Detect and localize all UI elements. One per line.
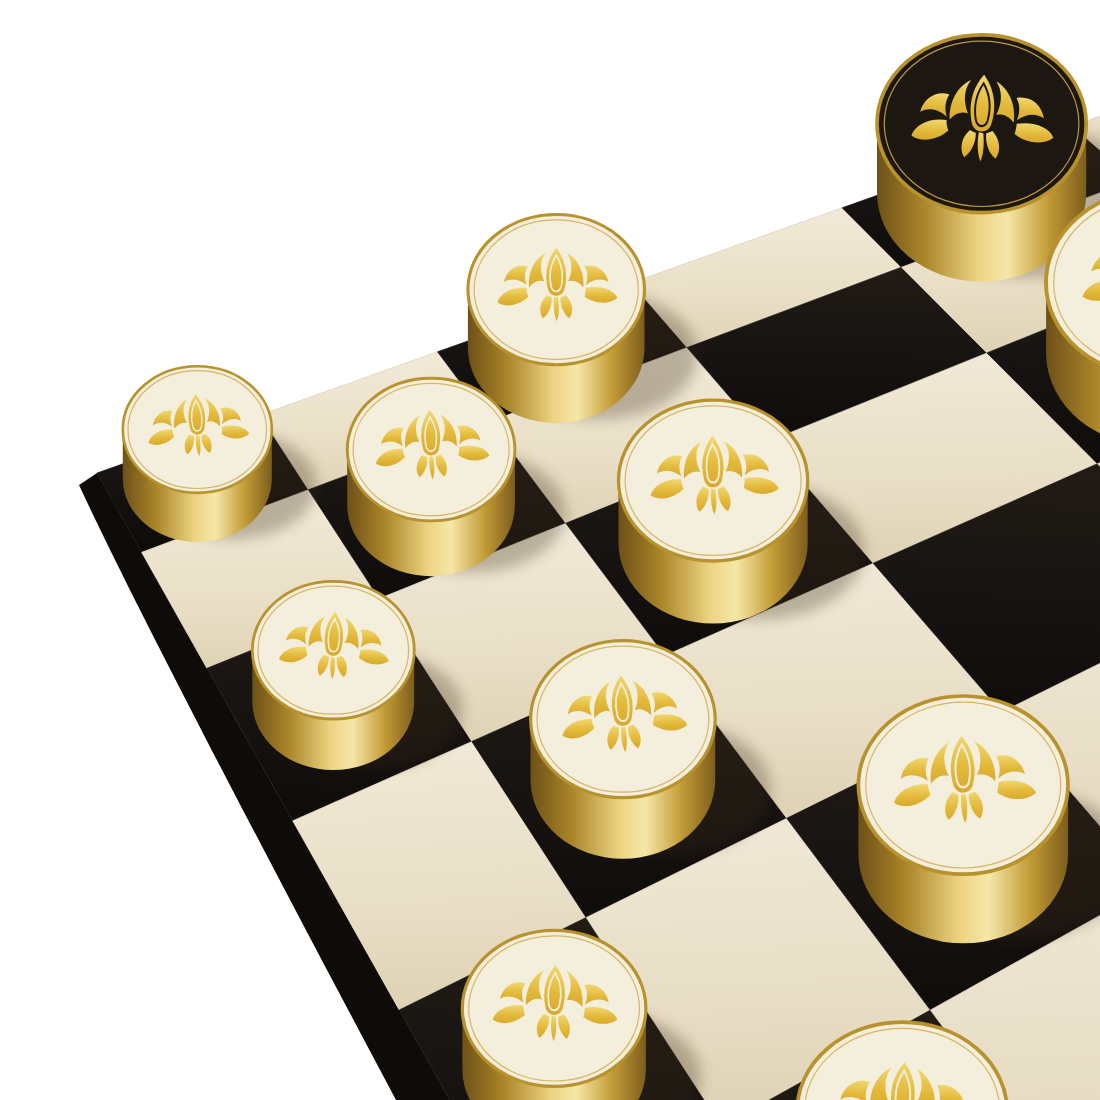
- checkers-piece-cream[interactable]: [123, 366, 317, 542]
- checkers-board: [0, 0, 1100, 1100]
- checkers-piece-cream[interactable]: [468, 215, 698, 424]
- board-photo-canvas: [0, 0, 1100, 1100]
